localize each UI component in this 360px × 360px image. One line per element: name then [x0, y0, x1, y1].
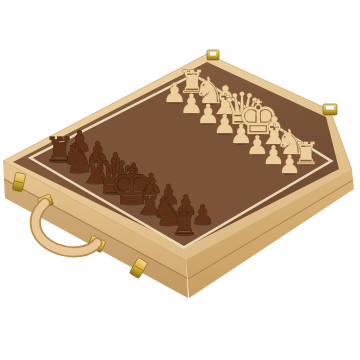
- hinge-far-cutout: [210, 52, 216, 56]
- hinge-right-cutout: [326, 106, 334, 110]
- piece-white-pawn[interactable]: ♟: [278, 150, 301, 179]
- chess-case-photo: ♜♟♞♟♝♟♛♟♚♟♝♟♟♞♜♟♟♜♞♟♟♝♟♟♛♟♚♟♝♟♞♜: [0, 0, 360, 360]
- piece-black-rook[interactable]: ♜: [170, 205, 199, 243]
